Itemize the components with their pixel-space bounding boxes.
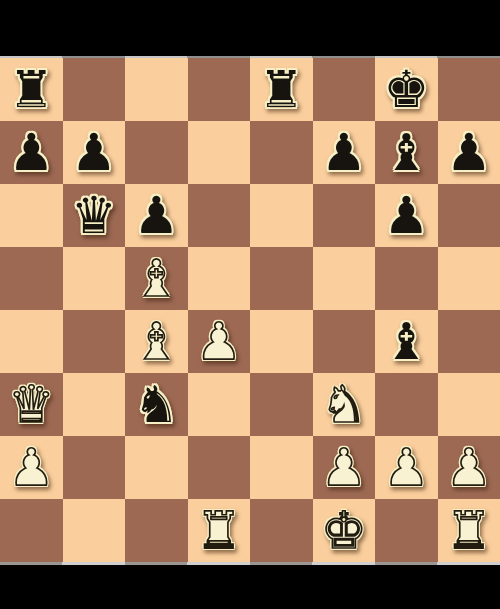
piece-white-K-f1[interactable]: ♚ — [321, 505, 367, 556]
square-d1[interactable]: ♜ — [188, 499, 251, 562]
square-d2[interactable] — [188, 436, 251, 499]
square-d8[interactable] — [188, 58, 251, 121]
square-g3[interactable] — [375, 373, 438, 436]
square-b8[interactable] — [63, 58, 126, 121]
square-a5[interactable] — [0, 247, 63, 310]
square-c4[interactable]: ♝ — [125, 310, 188, 373]
square-h5[interactable] — [438, 247, 500, 310]
piece-black-P-c6[interactable]: ♟ — [133, 190, 179, 241]
piece-black-P-h7[interactable]: ♟ — [446, 127, 492, 178]
square-b7[interactable]: ♟ — [63, 121, 126, 184]
square-c6[interactable]: ♟ — [125, 184, 188, 247]
square-g6[interactable]: ♟ — [375, 184, 438, 247]
square-a3[interactable]: ♛ — [0, 373, 63, 436]
square-b4[interactable] — [63, 310, 126, 373]
top-black-bar — [0, 0, 500, 56]
square-a8[interactable]: ♜ — [0, 58, 63, 121]
square-f5[interactable] — [313, 247, 376, 310]
square-f7[interactable]: ♟ — [313, 121, 376, 184]
square-f3[interactable]: ♞ — [313, 373, 376, 436]
square-f6[interactable] — [313, 184, 376, 247]
bottom-black-bar — [0, 565, 500, 609]
square-b2[interactable] — [63, 436, 126, 499]
piece-white-Q-a3[interactable]: ♛ — [8, 379, 54, 430]
square-d3[interactable] — [188, 373, 251, 436]
square-c3[interactable]: ♞ — [125, 373, 188, 436]
square-a6[interactable] — [0, 184, 63, 247]
square-h2[interactable]: ♟ — [438, 436, 500, 499]
square-h1[interactable]: ♜ — [438, 499, 500, 562]
square-g1[interactable] — [375, 499, 438, 562]
square-a7[interactable]: ♟ — [0, 121, 63, 184]
piece-black-R-a8[interactable]: ♜ — [8, 64, 54, 115]
square-b1[interactable] — [63, 499, 126, 562]
app-window: ♜♜♚♟♟♟♝♟♛♟♟♝♝♟♝♛♞♞♟♟♟♟♜♚♜ — [0, 0, 500, 609]
square-e8[interactable]: ♜ — [250, 58, 313, 121]
square-e4[interactable] — [250, 310, 313, 373]
square-f1[interactable]: ♚ — [313, 499, 376, 562]
piece-white-R-d1[interactable]: ♜ — [196, 505, 242, 556]
square-e5[interactable] — [250, 247, 313, 310]
square-h4[interactable] — [438, 310, 500, 373]
square-d6[interactable] — [188, 184, 251, 247]
square-f8[interactable] — [313, 58, 376, 121]
piece-black-P-a7[interactable]: ♟ — [8, 127, 54, 178]
square-b3[interactable] — [63, 373, 126, 436]
square-c1[interactable] — [125, 499, 188, 562]
square-b6[interactable]: ♛ — [63, 184, 126, 247]
square-d5[interactable] — [188, 247, 251, 310]
piece-white-P-d4[interactable]: ♟ — [196, 316, 242, 367]
piece-black-P-f7[interactable]: ♟ — [321, 127, 367, 178]
square-d7[interactable] — [188, 121, 251, 184]
piece-white-B-c5[interactable]: ♝ — [133, 253, 179, 304]
square-c8[interactable] — [125, 58, 188, 121]
piece-black-K-g8[interactable]: ♚ — [383, 64, 429, 115]
square-b5[interactable] — [63, 247, 126, 310]
square-c2[interactable] — [125, 436, 188, 499]
square-a2[interactable]: ♟ — [0, 436, 63, 499]
square-e2[interactable] — [250, 436, 313, 499]
piece-black-R-e8[interactable]: ♜ — [258, 64, 304, 115]
square-h8[interactable] — [438, 58, 500, 121]
square-a1[interactable] — [0, 499, 63, 562]
piece-black-Q-b6[interactable]: ♛ — [71, 190, 117, 241]
square-e3[interactable] — [250, 373, 313, 436]
square-e7[interactable] — [250, 121, 313, 184]
square-c5[interactable]: ♝ — [125, 247, 188, 310]
square-e6[interactable] — [250, 184, 313, 247]
square-g2[interactable]: ♟ — [375, 436, 438, 499]
square-g7[interactable]: ♝ — [375, 121, 438, 184]
square-h6[interactable] — [438, 184, 500, 247]
piece-white-B-c4[interactable]: ♝ — [133, 316, 179, 367]
square-f2[interactable]: ♟ — [313, 436, 376, 499]
square-g8[interactable]: ♚ — [375, 58, 438, 121]
piece-black-P-g6[interactable]: ♟ — [383, 190, 429, 241]
square-a4[interactable] — [0, 310, 63, 373]
square-c7[interactable] — [125, 121, 188, 184]
piece-white-P-f2[interactable]: ♟ — [321, 442, 367, 493]
square-g5[interactable] — [375, 247, 438, 310]
piece-white-N-f3[interactable]: ♞ — [321, 379, 367, 430]
piece-white-P-g2[interactable]: ♟ — [383, 442, 429, 493]
square-h3[interactable] — [438, 373, 500, 436]
chess-board: ♜♜♚♟♟♟♝♟♛♟♟♝♝♟♝♛♞♞♟♟♟♟♜♚♜ — [0, 58, 500, 562]
piece-white-P-a2[interactable]: ♟ — [8, 442, 54, 493]
piece-black-B-g4[interactable]: ♝ — [383, 316, 429, 367]
piece-black-P-b7[interactable]: ♟ — [71, 127, 117, 178]
piece-white-P-h2[interactable]: ♟ — [446, 442, 492, 493]
square-e1[interactable] — [250, 499, 313, 562]
square-f4[interactable] — [313, 310, 376, 373]
square-d4[interactable]: ♟ — [188, 310, 251, 373]
piece-black-N-c3[interactable]: ♞ — [133, 379, 179, 430]
square-h7[interactable]: ♟ — [438, 121, 500, 184]
piece-white-R-h1[interactable]: ♜ — [446, 505, 492, 556]
piece-black-B-g7[interactable]: ♝ — [383, 127, 429, 178]
square-g4[interactable]: ♝ — [375, 310, 438, 373]
